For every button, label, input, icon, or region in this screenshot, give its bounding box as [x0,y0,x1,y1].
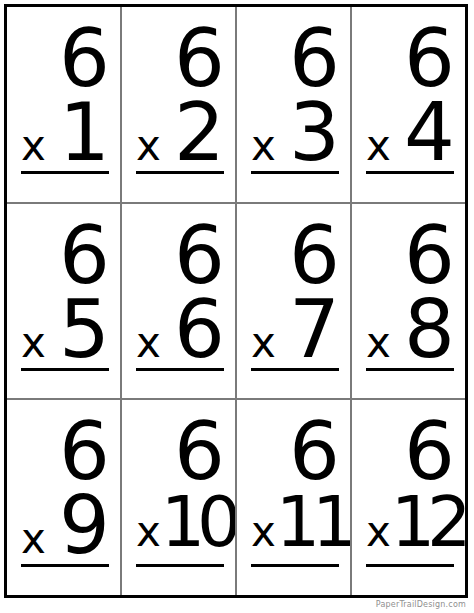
multiplication-sign: x [251,322,276,364]
flashcard-6x9: 6 x 9 [7,400,120,595]
multiplication-sign: x [251,125,276,167]
answer-line [366,564,454,567]
multiplicand: 6 [251,420,339,484]
flashcard-6x11: 6 x 11 [237,400,350,595]
multiplier: 8 [404,298,454,362]
multiplicand: 6 [136,224,224,288]
answer-line [136,368,224,371]
multiplier-row: x 2 [136,101,224,165]
flashcard-sheet: 6 x 1 6 x 2 6 x 3 6 x [0,0,474,613]
multiplier: 3 [289,101,339,165]
multiplier: 1 [59,101,109,165]
answer-line [136,564,224,567]
multiplier: 11 [276,494,348,550]
multiplicand: 6 [251,27,339,91]
multiplication-sign: x [251,511,276,553]
multiplier-row: x 5 [21,298,109,362]
multiplier-row: x 4 [366,101,454,165]
multiplication-sign: x [366,511,391,553]
multiplier: 2 [174,101,224,165]
flashcard-6x1: 6 x 1 [7,7,120,202]
multiplication-sign: x [21,125,46,167]
flashcard-6x12: 6 x 12 [352,400,465,595]
multiplicand: 6 [366,420,454,484]
multiplier-row: x 3 [251,101,339,165]
multiplier-row: x 9 [21,494,109,558]
flashcard-6x3: 6 x 3 [237,7,350,202]
multiplier-row: x 6 [136,298,224,362]
multiplier: 4 [404,101,454,165]
multiplicand: 6 [251,224,339,288]
multiplier: 10 [161,494,233,550]
answer-line [251,564,339,567]
flashcard-6x4: 6 x 4 [352,7,465,202]
multiplier-row: x 10 [136,494,224,558]
multiplier: 6 [174,298,224,362]
answer-line [251,171,339,174]
multiplicand: 6 [21,420,109,484]
multiplication-sign: x [136,322,161,364]
multiplier: 7 [289,298,339,362]
multiplier: 12 [391,494,463,550]
multiplication-sign: x [366,322,391,364]
multiplicand: 6 [366,224,454,288]
answer-line [21,564,109,567]
multiplicand: 6 [21,27,109,91]
answer-line [251,368,339,371]
multiplier-row: x 8 [366,298,454,362]
answer-line [366,171,454,174]
multiplicand: 6 [366,27,454,91]
multiplication-sign: x [366,125,391,167]
multiplicand: 6 [136,27,224,91]
multiplication-sign: x [21,518,46,560]
answer-line [21,171,109,174]
flashcard-6x6: 6 x 6 [122,204,235,399]
answer-line [21,368,109,371]
multiplier-row: x 12 [366,494,454,558]
multiplier-row: x 11 [251,494,339,558]
flashcard-6x5: 6 x 5 [7,204,120,399]
flashcard-6x10: 6 x 10 [122,400,235,595]
multiplier-row: x 1 [21,101,109,165]
multiplication-sign: x [136,125,161,167]
multiplicand: 6 [136,420,224,484]
flashcard-grid: 6 x 1 6 x 2 6 x 3 6 x [4,4,468,598]
flashcard-6x8: 6 x 8 [352,204,465,399]
multiplication-sign: x [21,322,46,364]
answer-line [136,171,224,174]
multiplier: 5 [59,298,109,362]
watermark-text: PaperTrailDesign.com [376,600,466,609]
flashcard-6x2: 6 x 2 [122,7,235,202]
multiplier: 9 [59,494,109,558]
multiplier-row: x 7 [251,298,339,362]
answer-line [366,368,454,371]
multiplicand: 6 [21,224,109,288]
multiplication-sign: x [136,511,161,553]
flashcard-6x7: 6 x 7 [237,204,350,399]
